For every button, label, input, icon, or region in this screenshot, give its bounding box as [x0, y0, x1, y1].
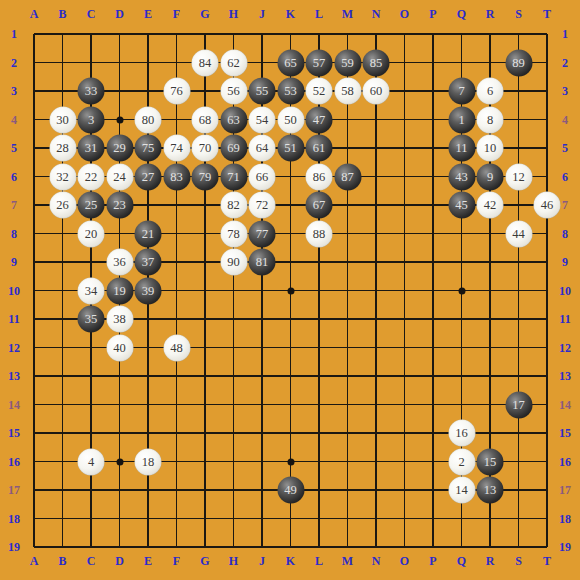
- intersection-J13[interactable]: [248, 362, 277, 391]
- intersection-N15[interactable]: [362, 419, 391, 448]
- intersection-B2[interactable]: [48, 48, 77, 77]
- intersection-J15[interactable]: [248, 419, 277, 448]
- intersection-Q3[interactable]: 7: [447, 77, 476, 106]
- intersection-B9[interactable]: [48, 248, 77, 277]
- intersection-G16[interactable]: [191, 447, 220, 476]
- intersection-L11[interactable]: [305, 305, 334, 334]
- intersection-R10[interactable]: [476, 276, 505, 305]
- intersection-K17[interactable]: 49: [276, 476, 305, 505]
- intersection-G18[interactable]: [191, 504, 220, 533]
- intersection-G15[interactable]: [191, 419, 220, 448]
- intersection-H10[interactable]: [219, 276, 248, 305]
- intersection-G11[interactable]: [191, 305, 220, 334]
- intersection-C6[interactable]: 22: [77, 162, 106, 191]
- intersection-K11[interactable]: [276, 305, 305, 334]
- intersection-R7[interactable]: 42: [476, 191, 505, 220]
- intersection-C14[interactable]: [77, 390, 106, 419]
- intersection-O11[interactable]: [390, 305, 419, 334]
- intersection-P14[interactable]: [419, 390, 448, 419]
- intersection-L10[interactable]: [305, 276, 334, 305]
- intersection-E2[interactable]: [134, 48, 163, 77]
- intersection-D7[interactable]: 23: [105, 191, 134, 220]
- intersection-M2[interactable]: 59: [333, 48, 362, 77]
- intersection-R15[interactable]: [476, 419, 505, 448]
- intersection-C15[interactable]: [77, 419, 106, 448]
- intersection-B12[interactable]: [48, 333, 77, 362]
- intersection-H11[interactable]: [219, 305, 248, 334]
- intersection-S1[interactable]: [504, 20, 533, 49]
- intersection-Q6[interactable]: 43: [447, 162, 476, 191]
- intersection-C9[interactable]: [77, 248, 106, 277]
- intersection-J10[interactable]: [248, 276, 277, 305]
- intersection-S6[interactable]: 12: [504, 162, 533, 191]
- intersection-M18[interactable]: [333, 504, 362, 533]
- intersection-O1[interactable]: [390, 20, 419, 49]
- intersection-K10[interactable]: [276, 276, 305, 305]
- intersection-O15[interactable]: [390, 419, 419, 448]
- intersection-B18[interactable]: [48, 504, 77, 533]
- intersection-B17[interactable]: [48, 476, 77, 505]
- intersection-S18[interactable]: [504, 504, 533, 533]
- intersection-D3[interactable]: [105, 77, 134, 106]
- intersection-H18[interactable]: [219, 504, 248, 533]
- intersection-N7[interactable]: [362, 191, 391, 220]
- intersection-G14[interactable]: [191, 390, 220, 419]
- intersection-N5[interactable]: [362, 134, 391, 163]
- intersection-D4[interactable]: [105, 105, 134, 134]
- intersection-K4[interactable]: 50: [276, 105, 305, 134]
- intersection-D9[interactable]: 36: [105, 248, 134, 277]
- intersection-E4[interactable]: 80: [134, 105, 163, 134]
- intersection-E6[interactable]: 27: [134, 162, 163, 191]
- intersection-Q11[interactable]: [447, 305, 476, 334]
- intersection-O3[interactable]: [390, 77, 419, 106]
- intersection-H12[interactable]: [219, 333, 248, 362]
- intersection-S10[interactable]: [504, 276, 533, 305]
- intersection-O2[interactable]: [390, 48, 419, 77]
- intersection-H13[interactable]: [219, 362, 248, 391]
- intersection-S7[interactable]: [504, 191, 533, 220]
- intersection-E9[interactable]: 37: [134, 248, 163, 277]
- intersection-C1[interactable]: [77, 20, 106, 49]
- intersection-J1[interactable]: [248, 20, 277, 49]
- intersection-S13[interactable]: [504, 362, 533, 391]
- intersection-C10[interactable]: 34: [77, 276, 106, 305]
- intersection-P16[interactable]: [419, 447, 448, 476]
- intersection-N14[interactable]: [362, 390, 391, 419]
- intersection-E1[interactable]: [134, 20, 163, 49]
- intersection-C18[interactable]: [77, 504, 106, 533]
- intersection-Q18[interactable]: [447, 504, 476, 533]
- intersection-S11[interactable]: [504, 305, 533, 334]
- intersection-L17[interactable]: [305, 476, 334, 505]
- intersection-H17[interactable]: [219, 476, 248, 505]
- intersection-B5[interactable]: 28: [48, 134, 77, 163]
- intersection-Q7[interactable]: 45: [447, 191, 476, 220]
- intersection-R2[interactable]: [476, 48, 505, 77]
- intersection-Q10[interactable]: [447, 276, 476, 305]
- intersection-G4[interactable]: 68: [191, 105, 220, 134]
- intersection-E16[interactable]: 18: [134, 447, 163, 476]
- intersection-R4[interactable]: 8: [476, 105, 505, 134]
- intersection-E10[interactable]: 39: [134, 276, 163, 305]
- intersection-T7[interactable]: 46: [533, 191, 562, 220]
- intersection-P9[interactable]: [419, 248, 448, 277]
- intersection-H15[interactable]: [219, 419, 248, 448]
- intersection-B11[interactable]: [48, 305, 77, 334]
- intersection-P6[interactable]: [419, 162, 448, 191]
- intersection-M6[interactable]: 87: [333, 162, 362, 191]
- intersection-J7[interactable]: 72: [248, 191, 277, 220]
- intersection-J5[interactable]: 64: [248, 134, 277, 163]
- intersection-J12[interactable]: [248, 333, 277, 362]
- intersection-S15[interactable]: [504, 419, 533, 448]
- intersection-E7[interactable]: [134, 191, 163, 220]
- intersection-M7[interactable]: [333, 191, 362, 220]
- intersection-E18[interactable]: [134, 504, 163, 533]
- intersection-P3[interactable]: [419, 77, 448, 106]
- intersection-Q17[interactable]: 14: [447, 476, 476, 505]
- intersection-P5[interactable]: [419, 134, 448, 163]
- intersection-N16[interactable]: [362, 447, 391, 476]
- intersection-Q9[interactable]: [447, 248, 476, 277]
- intersection-B7[interactable]: 26: [48, 191, 77, 220]
- intersection-D5[interactable]: 29: [105, 134, 134, 163]
- intersection-M17[interactable]: [333, 476, 362, 505]
- intersection-P13[interactable]: [419, 362, 448, 391]
- intersection-R16[interactable]: 15: [476, 447, 505, 476]
- intersection-R5[interactable]: 10: [476, 134, 505, 163]
- intersection-R11[interactable]: [476, 305, 505, 334]
- intersection-R1[interactable]: [476, 20, 505, 49]
- intersection-H9[interactable]: 90: [219, 248, 248, 277]
- intersection-K8[interactable]: [276, 219, 305, 248]
- intersection-C5[interactable]: 31: [77, 134, 106, 163]
- intersection-G6[interactable]: 79: [191, 162, 220, 191]
- intersection-F18[interactable]: [162, 504, 191, 533]
- intersection-C16[interactable]: 4: [77, 447, 106, 476]
- intersection-M1[interactable]: [333, 20, 362, 49]
- intersection-J9[interactable]: 81: [248, 248, 277, 277]
- intersection-F5[interactable]: 74: [162, 134, 191, 163]
- intersection-G5[interactable]: 70: [191, 134, 220, 163]
- intersection-N17[interactable]: [362, 476, 391, 505]
- intersection-F11[interactable]: [162, 305, 191, 334]
- intersection-G13[interactable]: [191, 362, 220, 391]
- intersection-J16[interactable]: [248, 447, 277, 476]
- intersection-M13[interactable]: [333, 362, 362, 391]
- intersection-O4[interactable]: [390, 105, 419, 134]
- intersection-R9[interactable]: [476, 248, 505, 277]
- intersection-D18[interactable]: [105, 504, 134, 533]
- intersection-D6[interactable]: 24: [105, 162, 134, 191]
- intersection-O9[interactable]: [390, 248, 419, 277]
- intersection-J6[interactable]: 66: [248, 162, 277, 191]
- intersection-B15[interactable]: [48, 419, 77, 448]
- intersection-P8[interactable]: [419, 219, 448, 248]
- intersection-N10[interactable]: [362, 276, 391, 305]
- intersection-C11[interactable]: 35: [77, 305, 106, 334]
- intersection-H5[interactable]: 69: [219, 134, 248, 163]
- intersection-B1[interactable]: [48, 20, 77, 49]
- intersection-G12[interactable]: [191, 333, 220, 362]
- intersection-H2[interactable]: 62: [219, 48, 248, 77]
- intersection-N9[interactable]: [362, 248, 391, 277]
- intersection-L18[interactable]: [305, 504, 334, 533]
- intersection-R17[interactable]: 13: [476, 476, 505, 505]
- intersection-E17[interactable]: [134, 476, 163, 505]
- intersection-Q14[interactable]: [447, 390, 476, 419]
- intersection-S12[interactable]: [504, 333, 533, 362]
- intersection-S4[interactable]: [504, 105, 533, 134]
- intersection-K16[interactable]: [276, 447, 305, 476]
- intersection-F12[interactable]: 48: [162, 333, 191, 362]
- intersection-B13[interactable]: [48, 362, 77, 391]
- intersection-M3[interactable]: 58: [333, 77, 362, 106]
- intersection-E14[interactable]: [134, 390, 163, 419]
- intersection-D14[interactable]: [105, 390, 134, 419]
- intersection-F17[interactable]: [162, 476, 191, 505]
- intersection-K15[interactable]: [276, 419, 305, 448]
- intersection-M14[interactable]: [333, 390, 362, 419]
- intersection-S17[interactable]: [504, 476, 533, 505]
- intersection-E12[interactable]: [134, 333, 163, 362]
- intersection-Q13[interactable]: [447, 362, 476, 391]
- intersection-G2[interactable]: 84: [191, 48, 220, 77]
- intersection-F7[interactable]: [162, 191, 191, 220]
- intersection-D17[interactable]: [105, 476, 134, 505]
- intersection-N8[interactable]: [362, 219, 391, 248]
- intersection-P7[interactable]: [419, 191, 448, 220]
- intersection-H3[interactable]: 56: [219, 77, 248, 106]
- intersection-P2[interactable]: [419, 48, 448, 77]
- intersection-R6[interactable]: 9: [476, 162, 505, 191]
- intersection-G3[interactable]: [191, 77, 220, 106]
- intersection-O18[interactable]: [390, 504, 419, 533]
- intersection-L2[interactable]: 57: [305, 48, 334, 77]
- intersection-K14[interactable]: [276, 390, 305, 419]
- intersection-S3[interactable]: [504, 77, 533, 106]
- intersection-M11[interactable]: [333, 305, 362, 334]
- intersection-K3[interactable]: 53: [276, 77, 305, 106]
- intersection-N4[interactable]: [362, 105, 391, 134]
- intersection-O13[interactable]: [390, 362, 419, 391]
- intersection-F13[interactable]: [162, 362, 191, 391]
- intersection-D13[interactable]: [105, 362, 134, 391]
- intersection-M15[interactable]: [333, 419, 362, 448]
- intersection-L9[interactable]: [305, 248, 334, 277]
- intersection-F10[interactable]: [162, 276, 191, 305]
- intersection-B16[interactable]: [48, 447, 77, 476]
- intersection-J2[interactable]: [248, 48, 277, 77]
- intersection-P11[interactable]: [419, 305, 448, 334]
- intersection-G17[interactable]: [191, 476, 220, 505]
- intersection-C7[interactable]: 25: [77, 191, 106, 220]
- intersection-L7[interactable]: 67: [305, 191, 334, 220]
- intersection-S14[interactable]: 17: [504, 390, 533, 419]
- intersection-L4[interactable]: 47: [305, 105, 334, 134]
- intersection-R12[interactable]: [476, 333, 505, 362]
- intersection-J3[interactable]: 55: [248, 77, 277, 106]
- intersection-K13[interactable]: [276, 362, 305, 391]
- intersection-O7[interactable]: [390, 191, 419, 220]
- intersection-P18[interactable]: [419, 504, 448, 533]
- intersection-B4[interactable]: 30: [48, 105, 77, 134]
- intersection-E5[interactable]: 75: [134, 134, 163, 163]
- intersection-J14[interactable]: [248, 390, 277, 419]
- intersection-H7[interactable]: 82: [219, 191, 248, 220]
- intersection-S9[interactable]: [504, 248, 533, 277]
- intersection-C8[interactable]: 20: [77, 219, 106, 248]
- intersection-M16[interactable]: [333, 447, 362, 476]
- intersection-P17[interactable]: [419, 476, 448, 505]
- intersection-K12[interactable]: [276, 333, 305, 362]
- intersection-Q4[interactable]: 1: [447, 105, 476, 134]
- intersection-E13[interactable]: [134, 362, 163, 391]
- intersection-B8[interactable]: [48, 219, 77, 248]
- intersection-O12[interactable]: [390, 333, 419, 362]
- intersection-P1[interactable]: [419, 20, 448, 49]
- intersection-L5[interactable]: 61: [305, 134, 334, 163]
- intersection-N6[interactable]: [362, 162, 391, 191]
- intersection-P15[interactable]: [419, 419, 448, 448]
- intersection-B14[interactable]: [48, 390, 77, 419]
- intersection-K2[interactable]: 65: [276, 48, 305, 77]
- intersection-D10[interactable]: 19: [105, 276, 134, 305]
- intersection-Q5[interactable]: 11: [447, 134, 476, 163]
- intersection-B10[interactable]: [48, 276, 77, 305]
- intersection-F2[interactable]: [162, 48, 191, 77]
- intersection-F4[interactable]: [162, 105, 191, 134]
- intersection-R3[interactable]: 6: [476, 77, 505, 106]
- intersection-Q8[interactable]: [447, 219, 476, 248]
- intersection-D8[interactable]: [105, 219, 134, 248]
- intersection-N18[interactable]: [362, 504, 391, 533]
- intersection-Q1[interactable]: [447, 20, 476, 49]
- intersection-H8[interactable]: 78: [219, 219, 248, 248]
- intersection-E3[interactable]: [134, 77, 163, 106]
- intersection-C12[interactable]: [77, 333, 106, 362]
- intersection-M8[interactable]: [333, 219, 362, 248]
- intersection-K18[interactable]: [276, 504, 305, 533]
- intersection-C17[interactable]: [77, 476, 106, 505]
- intersection-L8[interactable]: 88: [305, 219, 334, 248]
- intersection-L3[interactable]: 52: [305, 77, 334, 106]
- intersection-O17[interactable]: [390, 476, 419, 505]
- intersection-R14[interactable]: [476, 390, 505, 419]
- intersection-F6[interactable]: 83: [162, 162, 191, 191]
- intersection-D16[interactable]: [105, 447, 134, 476]
- intersection-P12[interactable]: [419, 333, 448, 362]
- intersection-J4[interactable]: 54: [248, 105, 277, 134]
- intersection-N13[interactable]: [362, 362, 391, 391]
- intersection-G7[interactable]: [191, 191, 220, 220]
- intersection-J8[interactable]: 77: [248, 219, 277, 248]
- intersection-K5[interactable]: 51: [276, 134, 305, 163]
- intersection-Q15[interactable]: 16: [447, 419, 476, 448]
- intersection-M10[interactable]: [333, 276, 362, 305]
- intersection-L14[interactable]: [305, 390, 334, 419]
- intersection-H1[interactable]: [219, 20, 248, 49]
- intersection-C3[interactable]: 33: [77, 77, 106, 106]
- intersection-S5[interactable]: [504, 134, 533, 163]
- intersection-G10[interactable]: [191, 276, 220, 305]
- intersection-Q2[interactable]: [447, 48, 476, 77]
- intersection-K9[interactable]: [276, 248, 305, 277]
- intersection-L6[interactable]: 86: [305, 162, 334, 191]
- intersection-L1[interactable]: [305, 20, 334, 49]
- intersection-K6[interactable]: [276, 162, 305, 191]
- intersection-Q12[interactable]: [447, 333, 476, 362]
- intersection-Q16[interactable]: 2: [447, 447, 476, 476]
- intersection-N3[interactable]: 60: [362, 77, 391, 106]
- intersection-E11[interactable]: [134, 305, 163, 334]
- intersection-F9[interactable]: [162, 248, 191, 277]
- intersection-O8[interactable]: [390, 219, 419, 248]
- intersection-M12[interactable]: [333, 333, 362, 362]
- intersection-H14[interactable]: [219, 390, 248, 419]
- intersection-L13[interactable]: [305, 362, 334, 391]
- intersection-M9[interactable]: [333, 248, 362, 277]
- intersection-S8[interactable]: 44: [504, 219, 533, 248]
- intersection-O14[interactable]: [390, 390, 419, 419]
- intersection-H16[interactable]: [219, 447, 248, 476]
- intersection-C13[interactable]: [77, 362, 106, 391]
- intersection-E8[interactable]: 21: [134, 219, 163, 248]
- intersection-O16[interactable]: [390, 447, 419, 476]
- intersection-J11[interactable]: [248, 305, 277, 334]
- intersection-O5[interactable]: [390, 134, 419, 163]
- intersection-B3[interactable]: [48, 77, 77, 106]
- intersection-M4[interactable]: [333, 105, 362, 134]
- intersection-F3[interactable]: 76: [162, 77, 191, 106]
- intersection-F14[interactable]: [162, 390, 191, 419]
- intersection-G9[interactable]: [191, 248, 220, 277]
- intersection-L15[interactable]: [305, 419, 334, 448]
- intersection-O6[interactable]: [390, 162, 419, 191]
- intersection-P4[interactable]: [419, 105, 448, 134]
- intersection-D12[interactable]: 40: [105, 333, 134, 362]
- intersection-G1[interactable]: [191, 20, 220, 49]
- intersection-O10[interactable]: [390, 276, 419, 305]
- intersection-F16[interactable]: [162, 447, 191, 476]
- intersection-R18[interactable]: [476, 504, 505, 533]
- intersection-L16[interactable]: [305, 447, 334, 476]
- intersection-F8[interactable]: [162, 219, 191, 248]
- intersection-E15[interactable]: [134, 419, 163, 448]
- intersection-D11[interactable]: 38: [105, 305, 134, 334]
- intersection-S16[interactable]: [504, 447, 533, 476]
- intersection-D1[interactable]: [105, 20, 134, 49]
- intersection-N1[interactable]: [362, 20, 391, 49]
- intersection-R8[interactable]: [476, 219, 505, 248]
- intersection-J17[interactable]: [248, 476, 277, 505]
- intersection-F15[interactable]: [162, 419, 191, 448]
- intersection-H6[interactable]: 71: [219, 162, 248, 191]
- intersection-D15[interactable]: [105, 419, 134, 448]
- intersection-C2[interactable]: [77, 48, 106, 77]
- intersection-C4[interactable]: 3: [77, 105, 106, 134]
- intersection-M5[interactable]: [333, 134, 362, 163]
- intersection-P10[interactable]: [419, 276, 448, 305]
- intersection-D2[interactable]: [105, 48, 134, 77]
- intersection-N11[interactable]: [362, 305, 391, 334]
- intersection-B6[interactable]: 32: [48, 162, 77, 191]
- intersection-H4[interactable]: 63: [219, 105, 248, 134]
- intersection-K7[interactable]: [276, 191, 305, 220]
- intersection-S2[interactable]: 89: [504, 48, 533, 77]
- intersection-K1[interactable]: [276, 20, 305, 49]
